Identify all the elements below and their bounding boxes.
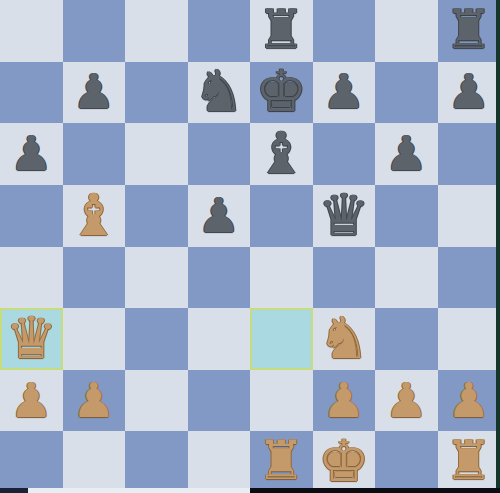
square-e5[interactable] [250, 185, 313, 247]
square-e1[interactable]: ♜ [250, 431, 313, 493]
square-b6[interactable] [63, 123, 126, 185]
square-b4[interactable] [63, 247, 126, 309]
square-c4[interactable] [125, 247, 188, 309]
square-f8[interactable] [313, 0, 376, 62]
piece-black-rook-h8[interactable]: ♜ [445, 3, 493, 57]
square-h8[interactable]: ♜ [438, 0, 500, 62]
square-c5[interactable] [125, 185, 188, 247]
square-g2[interactable]: ♟ [375, 370, 438, 432]
square-g6[interactable]: ♟ [375, 123, 438, 185]
square-e3[interactable] [250, 308, 313, 370]
square-e8[interactable]: ♜ [250, 0, 313, 62]
square-d4[interactable] [188, 247, 251, 309]
piece-white-king-f1[interactable]: ♚ [318, 432, 370, 490]
square-a4[interactable] [0, 247, 63, 309]
square-h6[interactable] [438, 123, 500, 185]
square-h3[interactable] [438, 308, 500, 370]
square-f1[interactable]: ♚ [313, 431, 376, 493]
chess-board: ♜♜♟♞♚♟♟♟♝♟♝♟♛♛♞♟♟♟♟♟♜♚♜ [0, 0, 500, 493]
board-edge-bottom-right [250, 488, 500, 493]
square-g5[interactable] [375, 185, 438, 247]
piece-black-bishop-e6[interactable]: ♝ [255, 124, 307, 182]
square-g4[interactable] [375, 247, 438, 309]
square-e4[interactable] [250, 247, 313, 309]
piece-white-knight-f3[interactable]: ♞ [318, 309, 370, 367]
square-f4[interactable] [313, 247, 376, 309]
piece-white-pawn-a2[interactable]: ♟ [10, 376, 53, 424]
square-f3[interactable]: ♞ [313, 308, 376, 370]
square-a2[interactable]: ♟ [0, 370, 63, 432]
piece-black-pawn-h7[interactable]: ♟ [447, 67, 490, 115]
piece-black-knight-d7[interactable]: ♞ [193, 62, 245, 120]
square-f6[interactable] [313, 123, 376, 185]
square-c1[interactable] [125, 431, 188, 493]
square-h5[interactable] [438, 185, 500, 247]
square-a3[interactable]: ♛ [0, 308, 63, 370]
square-f2[interactable]: ♟ [313, 370, 376, 432]
piece-white-queen-a3[interactable]: ♛ [5, 309, 57, 367]
square-h2[interactable]: ♟ [438, 370, 500, 432]
piece-white-pawn-g2[interactable]: ♟ [385, 376, 428, 424]
square-b5[interactable]: ♝ [63, 185, 126, 247]
square-h7[interactable]: ♟ [438, 62, 500, 124]
square-a5[interactable] [0, 185, 63, 247]
square-b3[interactable] [63, 308, 126, 370]
square-e6[interactable]: ♝ [250, 123, 313, 185]
piece-black-pawn-g6[interactable]: ♟ [385, 129, 428, 177]
square-c8[interactable] [125, 0, 188, 62]
square-c3[interactable] [125, 308, 188, 370]
square-d6[interactable] [188, 123, 251, 185]
square-b7[interactable]: ♟ [63, 62, 126, 124]
square-h4[interactable] [438, 247, 500, 309]
square-f5[interactable]: ♛ [313, 185, 376, 247]
square-e7[interactable]: ♚ [250, 62, 313, 124]
square-c2[interactable] [125, 370, 188, 432]
piece-black-pawn-f7[interactable]: ♟ [322, 67, 365, 115]
piece-white-pawn-h2[interactable]: ♟ [447, 376, 490, 424]
piece-white-rook-h1[interactable]: ♜ [445, 434, 493, 488]
square-b8[interactable] [63, 0, 126, 62]
square-a1[interactable] [0, 431, 63, 493]
square-c7[interactable] [125, 62, 188, 124]
square-d5[interactable]: ♟ [188, 185, 251, 247]
square-d3[interactable] [188, 308, 251, 370]
piece-black-pawn-d5[interactable]: ♟ [197, 191, 240, 239]
square-a8[interactable] [0, 0, 63, 62]
piece-white-bishop-b5[interactable]: ♝ [68, 186, 120, 244]
square-d1[interactable] [188, 431, 251, 493]
square-g8[interactable] [375, 0, 438, 62]
square-b2[interactable]: ♟ [63, 370, 126, 432]
square-f7[interactable]: ♟ [313, 62, 376, 124]
square-d8[interactable] [188, 0, 251, 62]
square-h1[interactable]: ♜ [438, 431, 500, 493]
square-a6[interactable]: ♟ [0, 123, 63, 185]
piece-black-queen-f5[interactable]: ♛ [318, 186, 370, 244]
square-a7[interactable] [0, 62, 63, 124]
board-edge-bottom-mid [28, 488, 250, 493]
square-e2[interactable] [250, 370, 313, 432]
piece-black-rook-e8[interactable]: ♜ [257, 3, 305, 57]
square-b1[interactable] [63, 431, 126, 493]
square-d7[interactable]: ♞ [188, 62, 251, 124]
piece-black-king-e7[interactable]: ♚ [255, 62, 307, 120]
board-edge-right [496, 0, 500, 493]
board-edge-bottom-left [0, 488, 28, 493]
piece-black-pawn-b7[interactable]: ♟ [72, 67, 115, 115]
square-d2[interactable] [188, 370, 251, 432]
piece-white-pawn-b2[interactable]: ♟ [72, 376, 115, 424]
piece-white-pawn-f2[interactable]: ♟ [322, 376, 365, 424]
square-g3[interactable] [375, 308, 438, 370]
piece-white-rook-e1[interactable]: ♜ [257, 434, 305, 488]
square-g7[interactable] [375, 62, 438, 124]
square-g1[interactable] [375, 431, 438, 493]
piece-black-pawn-a6[interactable]: ♟ [10, 129, 53, 177]
square-c6[interactable] [125, 123, 188, 185]
